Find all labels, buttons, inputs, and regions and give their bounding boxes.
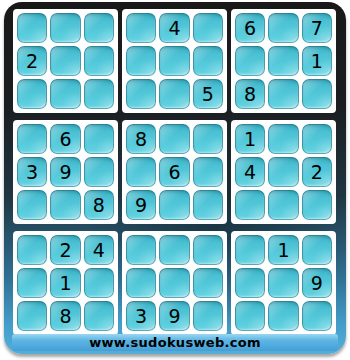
cell-r5c5[interactable]: 6 [159, 157, 189, 187]
cell-r6c2[interactable] [50, 190, 80, 220]
cell-r4c6[interactable] [193, 124, 223, 154]
cell-r4c9[interactable] [302, 124, 332, 154]
sudoku-board: 2456718639886914224183919 [13, 9, 336, 335]
cell-r3c4[interactable] [126, 79, 156, 109]
cell-r6c4[interactable]: 9 [126, 190, 156, 220]
cell-r8c4[interactable] [126, 268, 156, 298]
box-r2c2: 869 [122, 120, 227, 224]
cell-r6c5[interactable] [159, 190, 189, 220]
cell-r8c2[interactable]: 1 [50, 268, 80, 298]
cell-r8c7[interactable] [235, 268, 265, 298]
cell-r1c1[interactable] [17, 13, 47, 43]
footer-band: www.sudokusweb.com [12, 334, 338, 351]
cell-r3c7[interactable]: 8 [235, 79, 265, 109]
cell-r2c6[interactable] [193, 46, 223, 76]
cell-r5c9[interactable]: 2 [302, 157, 332, 187]
cell-r6c8[interactable] [268, 190, 298, 220]
box-r1c3: 6718 [231, 9, 336, 113]
cell-r1c5[interactable]: 4 [159, 13, 189, 43]
cell-r5c6[interactable] [193, 157, 223, 187]
cell-r9c4[interactable]: 3 [126, 301, 156, 331]
cell-r4c5[interactable] [159, 124, 189, 154]
cell-r4c4[interactable]: 8 [126, 124, 156, 154]
cell-r1c9[interactable]: 7 [302, 13, 332, 43]
cell-r7c2[interactable]: 2 [50, 235, 80, 265]
cell-r7c9[interactable] [302, 235, 332, 265]
cell-r3c2[interactable] [50, 79, 80, 109]
cell-r6c7[interactable] [235, 190, 265, 220]
cell-r7c8[interactable]: 1 [268, 235, 298, 265]
cell-r5c8[interactable] [268, 157, 298, 187]
cell-r8c3[interactable] [84, 268, 114, 298]
cell-r4c8[interactable] [268, 124, 298, 154]
cell-r8c1[interactable] [17, 268, 47, 298]
cell-r1c2[interactable] [50, 13, 80, 43]
cell-r1c3[interactable] [84, 13, 114, 43]
cell-r5c3[interactable] [84, 157, 114, 187]
cell-r3c1[interactable] [17, 79, 47, 109]
cell-r9c8[interactable] [268, 301, 298, 331]
cell-r1c4[interactable] [126, 13, 156, 43]
cell-r2c9[interactable]: 1 [302, 46, 332, 76]
cell-r9c3[interactable] [84, 301, 114, 331]
box-r1c1: 2 [13, 9, 118, 113]
box-r3c2: 39 [122, 231, 227, 335]
cell-r3c8[interactable] [268, 79, 298, 109]
cell-r3c6[interactable]: 5 [193, 79, 223, 109]
cell-r4c2[interactable]: 6 [50, 124, 80, 154]
cell-r2c2[interactable] [50, 46, 80, 76]
box-r2c1: 6398 [13, 120, 118, 224]
cell-r4c3[interactable] [84, 124, 114, 154]
cell-r8c6[interactable] [193, 268, 223, 298]
cell-r9c2[interactable]: 8 [50, 301, 80, 331]
cell-r8c9[interactable]: 9 [302, 268, 332, 298]
box-r3c1: 2418 [13, 231, 118, 335]
cell-r9c9[interactable] [302, 301, 332, 331]
cell-r9c1[interactable] [17, 301, 47, 331]
site-url[interactable]: www.sudokusweb.com [89, 335, 261, 350]
cell-r7c6[interactable] [193, 235, 223, 265]
cell-r9c5[interactable]: 9 [159, 301, 189, 331]
cell-r3c5[interactable] [159, 79, 189, 109]
cell-r3c9[interactable] [302, 79, 332, 109]
cell-r6c3[interactable]: 8 [84, 190, 114, 220]
cell-r5c1[interactable]: 3 [17, 157, 47, 187]
cell-r6c1[interactable] [17, 190, 47, 220]
cell-r3c3[interactable] [84, 79, 114, 109]
sudoku-frame: 2456718639886914224183919 www.sudokusweb… [4, 2, 346, 354]
cell-r7c7[interactable] [235, 235, 265, 265]
cell-r5c2[interactable]: 9 [50, 157, 80, 187]
box-r2c3: 142 [231, 120, 336, 224]
cell-r2c1[interactable]: 2 [17, 46, 47, 76]
cell-r4c7[interactable]: 1 [235, 124, 265, 154]
cell-r2c7[interactable] [235, 46, 265, 76]
cell-r8c8[interactable] [268, 268, 298, 298]
cell-r4c1[interactable] [17, 124, 47, 154]
cell-r8c5[interactable] [159, 268, 189, 298]
cell-r2c5[interactable] [159, 46, 189, 76]
box-r1c2: 45 [122, 9, 227, 113]
cell-r7c3[interactable]: 4 [84, 235, 114, 265]
cell-r7c1[interactable] [17, 235, 47, 265]
cell-r6c6[interactable] [193, 190, 223, 220]
cell-r2c4[interactable] [126, 46, 156, 76]
cell-r2c3[interactable] [84, 46, 114, 76]
cell-r7c5[interactable] [159, 235, 189, 265]
cell-r2c8[interactable] [268, 46, 298, 76]
cell-r7c4[interactable] [126, 235, 156, 265]
cell-r6c9[interactable] [302, 190, 332, 220]
box-r3c3: 19 [231, 231, 336, 335]
cell-r5c4[interactable] [126, 157, 156, 187]
cell-r1c8[interactable] [268, 13, 298, 43]
cell-r9c7[interactable] [235, 301, 265, 331]
cell-r9c6[interactable] [193, 301, 223, 331]
cell-r1c7[interactable]: 6 [235, 13, 265, 43]
cell-r1c6[interactable] [193, 13, 223, 43]
cell-r5c7[interactable]: 4 [235, 157, 265, 187]
